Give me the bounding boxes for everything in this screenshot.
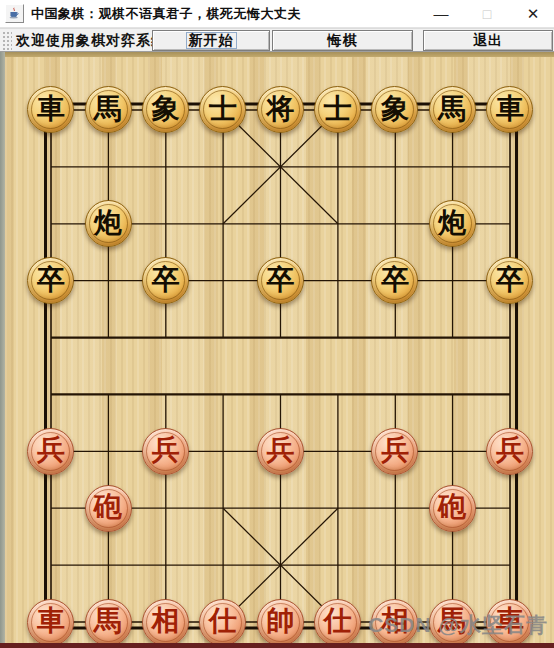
piece-red-soldier[interactable]: 兵 xyxy=(486,428,533,475)
piece-black-general[interactable]: 将 xyxy=(257,86,304,133)
piece-red-cannon[interactable]: 砲 xyxy=(85,485,132,532)
piece-black-elephant[interactable]: 象 xyxy=(142,86,189,133)
new-game-button-label: 新开始 xyxy=(186,32,237,49)
window-bottom-edge xyxy=(0,643,554,648)
coffee-cup-icon xyxy=(8,7,21,20)
piece-black-soldier[interactable]: 卒 xyxy=(486,257,533,304)
toolbar: 欢迎使用象棋对弈系统 新开始 悔棋 退出 xyxy=(0,28,554,52)
window-left-edge xyxy=(0,52,5,648)
new-game-button[interactable]: 新开始 xyxy=(152,30,270,51)
java-app-icon xyxy=(5,4,24,23)
window-controls: — □ ✕ xyxy=(430,0,544,28)
piece-black-elephant[interactable]: 象 xyxy=(371,86,418,133)
piece-red-soldier[interactable]: 兵 xyxy=(142,428,189,475)
xiangqi-board[interactable]: 車馬象士将士象馬車炮炮卒卒卒卒卒兵兵兵兵兵砲砲車馬相仕帥仕相馬車 CSDN @水… xyxy=(0,52,554,648)
piece-red-general[interactable]: 帥 xyxy=(257,599,304,646)
piece-black-chariot[interactable]: 車 xyxy=(27,86,74,133)
piece-red-soldier[interactable]: 兵 xyxy=(257,428,304,475)
piece-red-elephant[interactable]: 相 xyxy=(142,599,189,646)
welcome-label: 欢迎使用象棋对弈系统 xyxy=(16,29,166,51)
title-bar: 中国象棋：观棋不语真君子，棋死无悔大丈夫 — □ ✕ xyxy=(0,0,554,28)
pieces-grid: 車馬象士将士象馬車炮炮卒卒卒卒卒兵兵兵兵兵砲砲車馬相仕帥仕相馬車 xyxy=(22,82,538,648)
piece-black-soldier[interactable]: 卒 xyxy=(142,257,189,304)
watermark: CSDN @水坚石青 xyxy=(368,611,548,639)
piece-red-horse[interactable]: 馬 xyxy=(85,599,132,646)
toolbar-grip-handle[interactable] xyxy=(2,31,12,50)
piece-black-soldier[interactable]: 卒 xyxy=(371,257,418,304)
close-button[interactable]: ✕ xyxy=(522,0,544,28)
app-window: 中国象棋：观棋不语真君子，棋死无悔大丈夫 — □ ✕ 欢迎使用象棋对弈系统 新开… xyxy=(0,0,554,648)
piece-red-advisor[interactable]: 仕 xyxy=(199,599,246,646)
minimize-button[interactable]: — xyxy=(430,0,452,28)
piece-red-soldier[interactable]: 兵 xyxy=(27,428,74,475)
piece-black-advisor[interactable]: 士 xyxy=(199,86,246,133)
undo-move-button[interactable]: 悔棋 xyxy=(272,30,413,51)
piece-black-chariot[interactable]: 車 xyxy=(486,86,533,133)
piece-black-cannon[interactable]: 炮 xyxy=(85,200,132,247)
piece-red-advisor[interactable]: 仕 xyxy=(314,599,361,646)
piece-black-advisor[interactable]: 士 xyxy=(314,86,361,133)
piece-black-cannon[interactable]: 炮 xyxy=(429,200,476,247)
exit-button[interactable]: 退出 xyxy=(423,30,553,51)
piece-black-horse[interactable]: 馬 xyxy=(429,86,476,133)
piece-red-soldier[interactable]: 兵 xyxy=(371,428,418,475)
piece-black-soldier[interactable]: 卒 xyxy=(257,257,304,304)
maximize-button: □ xyxy=(476,0,498,28)
piece-black-soldier[interactable]: 卒 xyxy=(27,257,74,304)
piece-black-horse[interactable]: 馬 xyxy=(85,86,132,133)
window-title: 中国象棋：观棋不语真君子，棋死无悔大丈夫 xyxy=(31,5,301,23)
piece-red-cannon[interactable]: 砲 xyxy=(429,485,476,532)
piece-red-chariot[interactable]: 車 xyxy=(27,599,74,646)
